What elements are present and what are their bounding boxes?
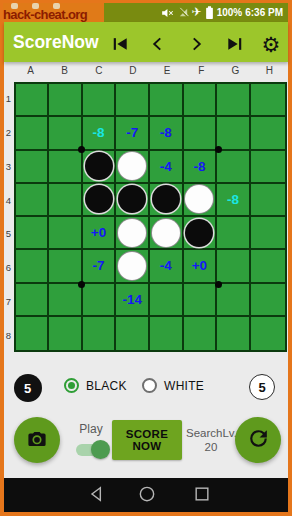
home-button[interactable]: [136, 484, 158, 506]
evaluation-d7: -14: [122, 292, 142, 307]
col-label-a: A: [14, 65, 48, 80]
board-cell-b8[interactable]: [49, 317, 83, 350]
board-cell-b4[interactable]: [49, 184, 83, 217]
recents-icon: [192, 484, 212, 507]
board-cell-g8[interactable]: [217, 317, 251, 350]
board-cell-e8[interactable]: [150, 317, 184, 350]
board-cell-c5[interactable]: +0: [83, 217, 117, 250]
board-cell-h8[interactable]: [251, 317, 285, 350]
board-cell-c7[interactable]: [83, 284, 117, 317]
play-label: Play: [74, 422, 108, 436]
board-cell-f5[interactable]: [184, 217, 218, 250]
board-cell-g2[interactable]: [217, 117, 251, 150]
skip-to-start-button[interactable]: [108, 32, 132, 56]
skip-to-end-button[interactable]: [223, 32, 247, 56]
camera-button[interactable]: [14, 417, 60, 463]
radio-unselected-icon: [142, 378, 157, 393]
col-label-g: G: [218, 65, 252, 80]
main-panel: -8-7-8-4-8-8+0-7-4+0-14 5 BLACK WHITE 5 …: [4, 62, 288, 478]
board-cell-c4[interactable]: [83, 184, 117, 217]
app-bar: ScoreNow ⚙: [4, 22, 288, 62]
evaluation-c2: -8: [93, 125, 105, 140]
row-label-4: 4: [4, 183, 13, 217]
search-level-value: 20: [186, 440, 236, 454]
evaluation-f3: -8: [193, 159, 205, 174]
board-cell-c3[interactable]: [83, 151, 117, 184]
board-cell-d5[interactable]: [116, 217, 150, 250]
radio-selected-icon: [64, 378, 79, 393]
board-cell-f8[interactable]: [184, 317, 218, 350]
toggle-thumb: [91, 440, 110, 459]
board-cell-h2[interactable]: [251, 117, 285, 150]
board-cell-h6[interactable]: [251, 250, 285, 283]
board-cell-f1[interactable]: [184, 84, 218, 117]
board-cell-d6[interactable]: [116, 250, 150, 283]
airplane-mode-icon: ✈: [192, 6, 202, 18]
evaluation-f6: +0: [192, 258, 207, 273]
board-cell-f6[interactable]: +0: [184, 250, 218, 283]
board-cell-b3[interactable]: [49, 151, 83, 184]
board-cell-b7[interactable]: [49, 284, 83, 317]
board-cell-f4[interactable]: [184, 184, 218, 217]
col-label-b: B: [48, 65, 82, 80]
phone-screen: ✈ 100% 6:36 PM hack-cheat.org ScoreNow ⚙…: [0, 0, 292, 516]
play-toggle[interactable]: [76, 444, 104, 456]
row-label-3: 3: [4, 150, 13, 184]
volume-muted-icon: [161, 7, 175, 19]
black-radio[interactable]: BLACK: [64, 378, 127, 393]
board-cell-c6[interactable]: -7: [83, 250, 117, 283]
search-level: SearchLv. 20: [186, 426, 236, 454]
board-cell-c2[interactable]: -8: [83, 117, 117, 150]
search-level-label: SearchLv.: [186, 426, 236, 440]
col-label-d: D: [116, 65, 150, 80]
board-cell-c1[interactable]: [83, 84, 117, 117]
white-disc-d6: [118, 252, 146, 280]
white-disc-e5: [152, 219, 180, 247]
evaluation-g4: -8: [227, 192, 239, 207]
home-icon: [137, 484, 157, 507]
refresh-icon: [246, 426, 271, 454]
row-label-1: 1: [4, 82, 13, 116]
board-cell-h1[interactable]: [251, 84, 285, 117]
android-nav-bar: [4, 478, 288, 512]
refresh-button[interactable]: [235, 417, 281, 463]
no-network-icon: [178, 7, 189, 18]
board-cell-e7[interactable]: [150, 284, 184, 317]
board-cell-f7[interactable]: [184, 284, 218, 317]
board-cell-b1[interactable]: [49, 84, 83, 117]
clock: 6:36 PM: [245, 7, 283, 18]
white-radio[interactable]: WHITE: [142, 378, 204, 393]
white-disc-f4: [185, 185, 213, 213]
board-cell-b5[interactable]: [49, 217, 83, 250]
black-disc-count: 5: [14, 374, 42, 402]
board-cell-b6[interactable]: [49, 250, 83, 283]
row-label-8: 8: [4, 318, 13, 352]
star-point: [215, 146, 222, 153]
board-cell-h5[interactable]: [251, 217, 285, 250]
board-cell-g4[interactable]: -8: [217, 184, 251, 217]
board-cell-e3[interactable]: -4: [150, 151, 184, 184]
settings-button[interactable]: ⚙: [259, 32, 283, 56]
board-cell-a5[interactable]: [16, 217, 50, 250]
board-cell-g6[interactable]: [217, 250, 251, 283]
col-label-e: E: [150, 65, 184, 80]
othello-board[interactable]: -8-7-8-4-8-8+0-7-4+0-14: [14, 82, 287, 352]
board-cell-a4[interactable]: [16, 184, 50, 217]
black-disc-d4: [118, 185, 146, 213]
board-cell-a3[interactable]: [16, 151, 50, 184]
board-cell-g5[interactable]: [217, 217, 251, 250]
previous-move-button[interactable]: [146, 32, 170, 56]
evaluation-e2: -8: [160, 125, 172, 140]
board-cell-h3[interactable]: [251, 151, 285, 184]
app-title: ScoreNow: [13, 32, 99, 53]
row-label-5: 5: [4, 217, 13, 251]
star-point: [215, 281, 222, 288]
board-cell-a7[interactable]: [16, 284, 50, 317]
board-cell-a6[interactable]: [16, 250, 50, 283]
gear-icon: ⚙: [262, 34, 281, 55]
white-radio-label: WHITE: [164, 379, 204, 393]
board-cell-g3[interactable]: [217, 151, 251, 184]
black-disc-f5: [185, 219, 213, 247]
back-icon: [87, 484, 107, 507]
evaluation-e6: -4: [160, 258, 172, 273]
black-disc-e4: [152, 185, 180, 213]
evaluation-d2: -7: [126, 125, 138, 140]
board-cell-h7[interactable]: [251, 284, 285, 317]
board-cell-a2[interactable]: [16, 117, 50, 150]
board-cell-b2[interactable]: [49, 117, 83, 150]
board-cell-f3[interactable]: -8: [184, 151, 218, 184]
board-cell-d4[interactable]: [116, 184, 150, 217]
notification-icons: [11, 3, 60, 9]
evaluation-e3: -4: [160, 159, 172, 174]
white-disc-count: 5: [249, 374, 275, 400]
board-cell-a8[interactable]: [16, 317, 50, 350]
board-cell-d1[interactable]: [116, 84, 150, 117]
score-now-button[interactable]: SCORE NOW: [112, 420, 182, 460]
board-cell-e6[interactable]: -4: [150, 250, 184, 283]
board-cell-g7[interactable]: [217, 284, 251, 317]
board-cell-g1[interactable]: [217, 84, 251, 117]
board-cell-d2[interactable]: -7: [116, 117, 150, 150]
back-button[interactable]: [86, 484, 108, 506]
board-cell-d3[interactable]: [116, 151, 150, 184]
board-cell-a1[interactable]: [16, 84, 50, 117]
battery-percent: 100%: [217, 7, 243, 18]
board-cell-h4[interactable]: [251, 184, 285, 217]
evaluation-c5: +0: [91, 225, 106, 240]
col-label-f: F: [184, 65, 218, 80]
board-cell-f2[interactable]: [184, 117, 218, 150]
camera-icon: [25, 427, 49, 454]
col-label-c: C: [82, 65, 116, 80]
black-disc-c3: [85, 152, 113, 180]
board-cell-e5[interactable]: [150, 217, 184, 250]
board-cell-d7[interactable]: -14: [116, 284, 150, 317]
watermark-banner: hack-cheat.org: [3, 3, 104, 22]
board-cell-c8[interactable]: [83, 317, 117, 350]
recents-button[interactable]: [191, 484, 213, 506]
battery-full-icon: [205, 6, 214, 20]
watermark-text: hack-cheat.org: [3, 8, 87, 22]
board-cell-d8[interactable]: [116, 317, 150, 350]
col-label-h: H: [252, 65, 286, 80]
board-cell-e2[interactable]: -8: [150, 117, 184, 150]
white-disc-d3: [118, 152, 146, 180]
white-disc-d5: [118, 219, 146, 247]
row-label-2: 2: [4, 116, 13, 150]
row-label-7: 7: [4, 285, 13, 319]
next-move-button[interactable]: [184, 32, 208, 56]
black-radio-label: BLACK: [86, 379, 127, 393]
board-cell-e4[interactable]: [150, 184, 184, 217]
board-cell-e1[interactable]: [150, 84, 184, 117]
row-label-6: 6: [4, 251, 13, 285]
black-disc-c4: [85, 185, 113, 213]
evaluation-c6: -7: [93, 258, 105, 273]
